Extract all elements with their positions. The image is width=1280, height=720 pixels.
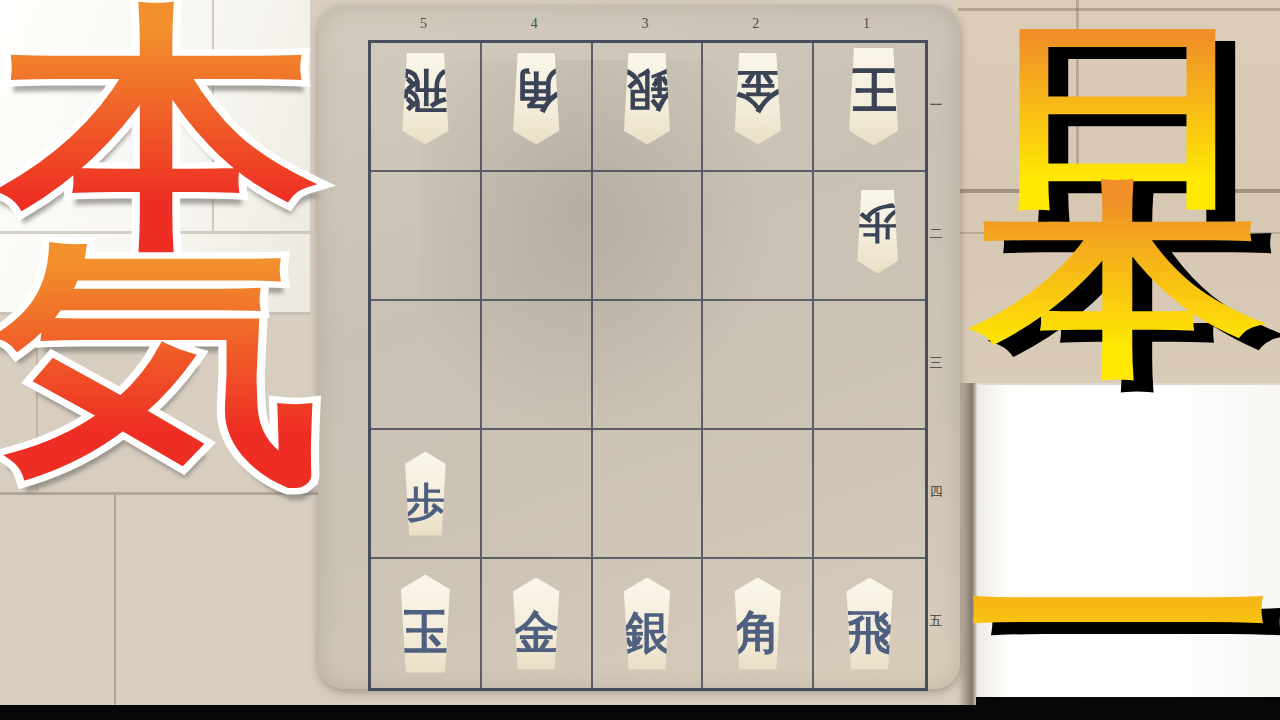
koma-kanji: 銀 (624, 609, 670, 655)
board-cell-4d[interactable] (482, 430, 593, 559)
koma-silver-3a[interactable]: 銀 (614, 53, 680, 145)
board-cell-1e[interactable]: 飛 (814, 559, 925, 688)
wood-seam (36, 314, 38, 492)
wood-seam (114, 495, 116, 706)
thumbnail-stage: 5 4 3 2 1 一 二 三 四 五 飛角銀金王歩歩玉金銀角飛 本 本 気 気… (0, 0, 1280, 720)
koma-kanji: 金 (513, 609, 559, 655)
bottom-black-bar (0, 705, 1280, 720)
koma-kanji: 飛 (402, 68, 448, 114)
white-box-right (976, 383, 1280, 707)
koma-pawn-5d[interactable]: 歩 (396, 452, 454, 536)
board-cell-4e[interactable]: 金 (482, 559, 593, 688)
board-cell-3c[interactable] (593, 301, 704, 430)
koma-rook-5a[interactable]: 飛 (392, 53, 458, 145)
koma-kanji: 角 (735, 609, 781, 655)
board-cell-5d[interactable]: 歩 (371, 430, 482, 559)
board-cell-2b[interactable] (703, 172, 814, 301)
board-cell-1b[interactable]: 歩 (814, 172, 925, 301)
board-cell-5c[interactable] (371, 301, 482, 430)
white-box-seam (212, 0, 214, 231)
board-cell-2c[interactable] (703, 301, 814, 430)
board-cell-1d[interactable] (814, 430, 925, 559)
file-labels: 5 4 3 2 1 (368, 16, 922, 34)
koma-kanji: 王 (849, 64, 899, 114)
white-box-left (0, 0, 310, 315)
board-cell-4a[interactable]: 角 (482, 43, 593, 172)
white-box-shadow (958, 383, 978, 705)
board-cell-1a[interactable]: 王 (814, 43, 925, 172)
board-cell-1c[interactable] (814, 301, 925, 430)
file-label-3: 3 (590, 16, 701, 34)
wood-seam (1076, 0, 1079, 190)
koma-gold-4e[interactable]: 金 (503, 578, 569, 670)
rank-label-4: 四 (926, 427, 946, 556)
board-cell-3e[interactable]: 銀 (593, 559, 704, 688)
file-label-4: 4 (479, 16, 590, 34)
board-cell-3b[interactable] (593, 172, 704, 301)
koma-king-5e[interactable]: 玉 (390, 575, 460, 673)
koma-silver-3e[interactable]: 銀 (614, 578, 680, 670)
koma-kanji: 玉 (400, 607, 450, 657)
board-cell-3d[interactable] (593, 430, 704, 559)
koma-kanji: 歩 (858, 204, 898, 244)
wood-seam (958, 189, 1280, 193)
koma-bishop-2e[interactable]: 角 (725, 578, 791, 670)
koma-kanji: 歩 (405, 482, 445, 522)
file-label-1: 1 (811, 16, 922, 34)
koma-kanji: 飛 (847, 609, 893, 655)
koma-kanji: 銀 (624, 68, 670, 114)
wood-seam (958, 8, 1280, 11)
board-cell-5b[interactable] (371, 172, 482, 301)
rank-label-1: 一 (926, 40, 946, 169)
white-box-seam (0, 231, 310, 234)
rank-label-5: 五 (926, 556, 946, 685)
koma-gold-2a[interactable]: 金 (725, 53, 791, 145)
board-cell-4b[interactable] (482, 172, 593, 301)
board-cell-2d[interactable] (703, 430, 814, 559)
koma-bishop-4a[interactable]: 角 (503, 53, 569, 145)
board-cell-5e[interactable]: 玉 (371, 559, 482, 688)
koma-kanji: 角 (513, 68, 559, 114)
wood-seam (958, 232, 1280, 234)
board-cell-2e[interactable]: 角 (703, 559, 814, 688)
file-label-2: 2 (700, 16, 811, 34)
board-cell-2a[interactable]: 金 (703, 43, 814, 172)
koma-kanji: 金 (735, 68, 781, 114)
koma-king-1a[interactable]: 王 (839, 48, 909, 146)
koma-pawn-1b[interactable]: 歩 (849, 190, 907, 274)
board-cell-3a[interactable]: 銀 (593, 43, 704, 172)
board-cell-5a[interactable]: 飛 (371, 43, 482, 172)
board-cell-4c[interactable] (482, 301, 593, 430)
wood-seam (0, 492, 318, 495)
rank-labels: 一 二 三 四 五 (926, 40, 946, 685)
file-label-5: 5 (368, 16, 479, 34)
rank-label-2: 二 (926, 169, 946, 298)
board-grid: 飛角銀金王歩歩玉金銀角飛 (368, 40, 928, 691)
rank-label-3: 三 (926, 298, 946, 427)
koma-rook-1e[interactable]: 飛 (837, 578, 903, 670)
